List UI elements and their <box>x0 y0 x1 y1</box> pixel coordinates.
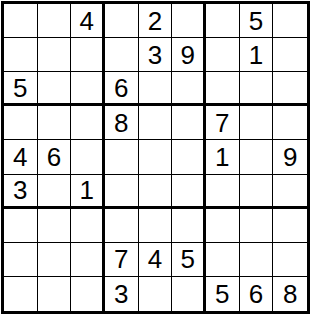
cell-r4c5[interactable] <box>139 106 173 140</box>
cell-r9c4[interactable]: 3 <box>105 277 139 311</box>
cell-r2c2[interactable] <box>38 38 72 72</box>
cell-r2c1[interactable] <box>4 38 38 72</box>
cell-r5c1[interactable]: 4 <box>4 140 38 174</box>
cell-r2c9[interactable] <box>273 38 307 72</box>
cell-r5c8[interactable] <box>240 140 274 174</box>
cell-r9c8[interactable]: 6 <box>240 277 274 311</box>
cell-r4c4[interactable]: 8 <box>105 106 139 140</box>
cell-r1c4[interactable] <box>105 4 139 38</box>
cell-r9c1[interactable] <box>4 277 38 311</box>
cell-r6c5[interactable] <box>139 175 173 209</box>
cell-r3c4[interactable]: 6 <box>105 72 139 106</box>
cell-r6c6[interactable] <box>172 175 206 209</box>
cell-r3c3[interactable] <box>71 72 105 106</box>
cell-r5c7[interactable]: 1 <box>206 140 240 174</box>
cell-r4c2[interactable] <box>38 106 72 140</box>
cell-r8c2[interactable] <box>38 243 72 277</box>
cell-r9c3[interactable] <box>71 277 105 311</box>
cell-r8c4[interactable]: 7 <box>105 243 139 277</box>
cell-r4c9[interactable] <box>273 106 307 140</box>
sudoku-board: 42539156874619317453568 <box>1 1 310 314</box>
cell-r3c6[interactable] <box>172 72 206 106</box>
cell-r1c5[interactable]: 2 <box>139 4 173 38</box>
cell-r2c4[interactable] <box>105 38 139 72</box>
cell-r1c7[interactable] <box>206 4 240 38</box>
cell-r8c9[interactable] <box>273 243 307 277</box>
cell-r4c1[interactable] <box>4 106 38 140</box>
cell-r2c5[interactable]: 3 <box>139 38 173 72</box>
cell-r6c1[interactable]: 3 <box>4 175 38 209</box>
cell-r1c2[interactable] <box>38 4 72 38</box>
cell-r6c7[interactable] <box>206 175 240 209</box>
cell-r6c4[interactable] <box>105 175 139 209</box>
cell-r5c4[interactable] <box>105 140 139 174</box>
cell-r7c9[interactable] <box>273 209 307 243</box>
cell-r7c1[interactable] <box>4 209 38 243</box>
cell-r8c3[interactable] <box>71 243 105 277</box>
cell-r1c6[interactable] <box>172 4 206 38</box>
cell-r8c8[interactable] <box>240 243 274 277</box>
cell-r2c6[interactable]: 9 <box>172 38 206 72</box>
cell-r8c1[interactable] <box>4 243 38 277</box>
cell-r6c2[interactable] <box>38 175 72 209</box>
cell-r8c7[interactable] <box>206 243 240 277</box>
cell-r9c9[interactable]: 8 <box>273 277 307 311</box>
cell-r7c6[interactable] <box>172 209 206 243</box>
cell-r9c7[interactable]: 5 <box>206 277 240 311</box>
cell-r5c2[interactable]: 6 <box>38 140 72 174</box>
cell-r1c3[interactable]: 4 <box>71 4 105 38</box>
cell-r8c6[interactable]: 5 <box>172 243 206 277</box>
cell-r1c1[interactable] <box>4 4 38 38</box>
cell-r3c1[interactable]: 5 <box>4 72 38 106</box>
cell-r7c4[interactable] <box>105 209 139 243</box>
cell-r5c3[interactable] <box>71 140 105 174</box>
cell-r6c9[interactable] <box>273 175 307 209</box>
cell-r7c2[interactable] <box>38 209 72 243</box>
cell-r7c7[interactable] <box>206 209 240 243</box>
cell-r1c9[interactable] <box>273 4 307 38</box>
cell-r5c9[interactable]: 9 <box>273 140 307 174</box>
cell-r8c5[interactable]: 4 <box>139 243 173 277</box>
cell-r2c3[interactable] <box>71 38 105 72</box>
cell-r9c5[interactable] <box>139 277 173 311</box>
cell-r2c8[interactable]: 1 <box>240 38 274 72</box>
cell-r4c6[interactable] <box>172 106 206 140</box>
cell-r3c9[interactable] <box>273 72 307 106</box>
cell-r6c3[interactable]: 1 <box>71 175 105 209</box>
cell-r2c7[interactable] <box>206 38 240 72</box>
cell-r6c8[interactable] <box>240 175 274 209</box>
cell-r5c5[interactable] <box>139 140 173 174</box>
cell-r7c3[interactable] <box>71 209 105 243</box>
cell-r5c6[interactable] <box>172 140 206 174</box>
cell-r3c8[interactable] <box>240 72 274 106</box>
cell-r9c6[interactable] <box>172 277 206 311</box>
cell-r3c5[interactable] <box>139 72 173 106</box>
cell-r3c7[interactable] <box>206 72 240 106</box>
cell-r4c3[interactable] <box>71 106 105 140</box>
cell-r1c8[interactable]: 5 <box>240 4 274 38</box>
cell-r3c2[interactable] <box>38 72 72 106</box>
cell-r7c5[interactable] <box>139 209 173 243</box>
cell-r4c7[interactable]: 7 <box>206 106 240 140</box>
cell-r4c8[interactable] <box>240 106 274 140</box>
cell-r7c8[interactable] <box>240 209 274 243</box>
cell-r9c2[interactable] <box>38 277 72 311</box>
